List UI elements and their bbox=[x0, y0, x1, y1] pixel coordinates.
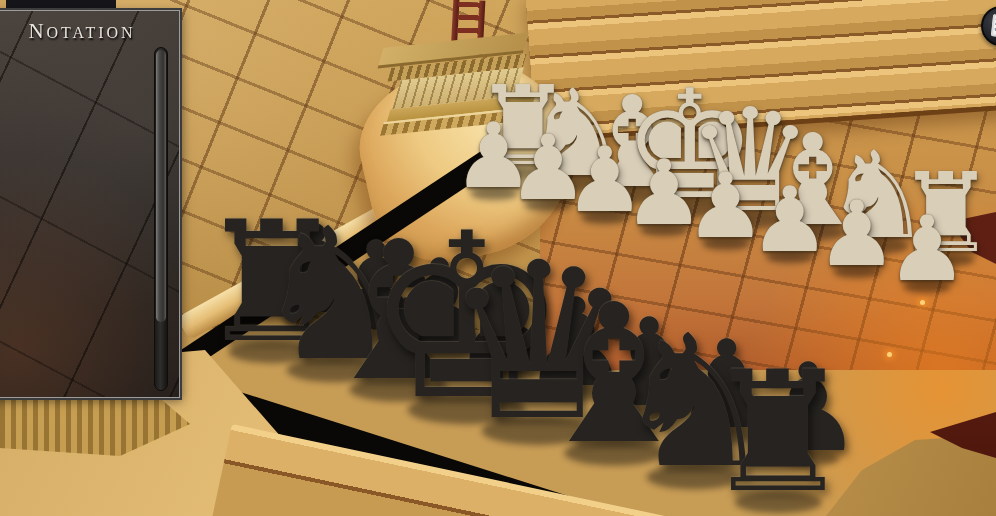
piece-white-pawn-a2[interactable]: ♟ bbox=[887, 204, 968, 294]
piece-black-rook-a8[interactable]: ♜ bbox=[703, 350, 852, 516]
game-scene: 12345678 ♜♞♝♛♚♝♞♜♟♟♟♟♟♟♟♟♟♟♟♟♟♟♟♟♜♞♝♛♚♝♞… bbox=[0, 0, 996, 516]
piece-white-pawn-b2[interactable]: ♟ bbox=[817, 189, 898, 279]
notation-panel-title: Notation bbox=[0, 19, 179, 44]
notation-book-icon bbox=[991, 14, 996, 38]
notation-scrollbar[interactable] bbox=[154, 47, 168, 391]
notation-panel: Notation bbox=[0, 10, 180, 398]
scrollbar-thumb[interactable] bbox=[156, 50, 166, 322]
